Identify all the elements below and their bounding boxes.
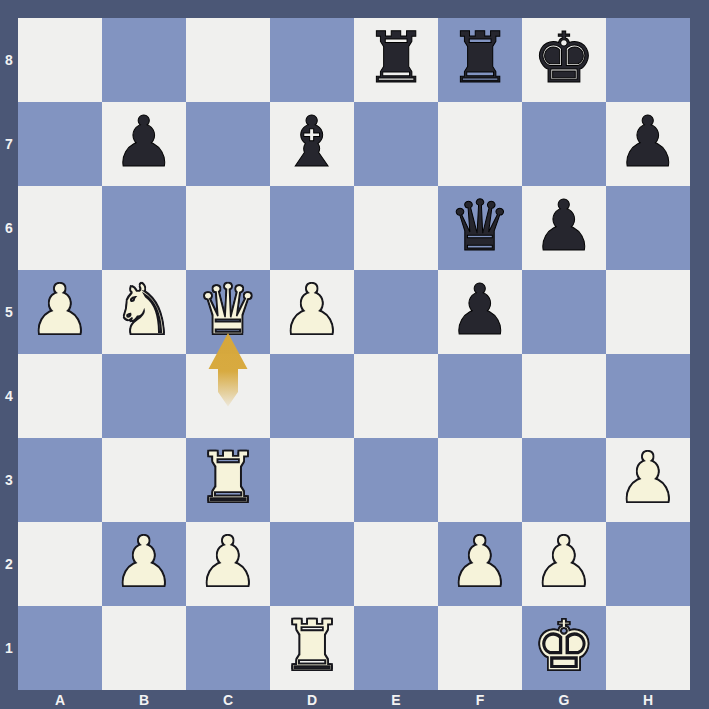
square-d8[interactable] — [270, 18, 354, 102]
white-rook-c3[interactable]: ♜ — [197, 443, 260, 513]
square-b8[interactable] — [102, 18, 186, 102]
square-f4[interactable] — [438, 354, 522, 438]
square-b6[interactable] — [102, 186, 186, 270]
square-a4[interactable] — [18, 354, 102, 438]
file-label-b: B — [102, 690, 186, 709]
chess-board[interactable]: ♜♜♚♟♝♟♛♟♟♞♛♟♟♜♟♟♟♟♟♜♚ — [18, 18, 690, 690]
square-c6[interactable] — [186, 186, 270, 270]
square-d3[interactable] — [270, 438, 354, 522]
square-f6[interactable]: ♛ — [438, 186, 522, 270]
square-a5[interactable]: ♟ — [18, 270, 102, 354]
black-queen-f6[interactable]: ♛ — [449, 191, 512, 261]
square-g4[interactable] — [522, 354, 606, 438]
square-c4[interactable] — [186, 354, 270, 438]
square-b1[interactable] — [102, 606, 186, 690]
square-f2[interactable]: ♟ — [438, 522, 522, 606]
square-h3[interactable]: ♟ — [606, 438, 690, 522]
square-h5[interactable] — [606, 270, 690, 354]
square-d2[interactable] — [270, 522, 354, 606]
file-label-e: E — [354, 690, 438, 709]
white-pawn-f2[interactable]: ♟ — [449, 527, 512, 597]
square-b4[interactable] — [102, 354, 186, 438]
square-h7[interactable]: ♟ — [606, 102, 690, 186]
black-pawn-h7[interactable]: ♟ — [617, 107, 680, 177]
black-rook-e8[interactable]: ♜ — [365, 23, 428, 93]
rank-label-6: 6 — [0, 186, 18, 270]
square-h4[interactable] — [606, 354, 690, 438]
square-a7[interactable] — [18, 102, 102, 186]
black-pawn-g6[interactable]: ♟ — [533, 191, 596, 261]
rank-label-8: 8 — [0, 18, 18, 102]
square-g1[interactable]: ♚ — [522, 606, 606, 690]
square-f7[interactable] — [438, 102, 522, 186]
black-king-g8[interactable]: ♚ — [533, 23, 596, 93]
square-c5[interactable]: ♛ — [186, 270, 270, 354]
square-g5[interactable] — [522, 270, 606, 354]
chess-board-frame: 87654321 ♜♜♚♟♝♟♛♟♟♞♛♟♟♜♟♟♟♟♟♜♚ ABCDEFGH — [0, 0, 709, 709]
white-queen-c5[interactable]: ♛ — [197, 275, 260, 345]
white-pawn-h3[interactable]: ♟ — [617, 443, 680, 513]
square-g7[interactable] — [522, 102, 606, 186]
rank-label-3: 3 — [0, 438, 18, 522]
square-d6[interactable] — [270, 186, 354, 270]
black-pawn-f5[interactable]: ♟ — [449, 275, 512, 345]
square-a6[interactable] — [18, 186, 102, 270]
square-f3[interactable] — [438, 438, 522, 522]
square-g6[interactable]: ♟ — [522, 186, 606, 270]
black-bishop-d7[interactable]: ♝ — [281, 107, 344, 177]
square-e6[interactable] — [354, 186, 438, 270]
square-h6[interactable] — [606, 186, 690, 270]
square-a2[interactable] — [18, 522, 102, 606]
white-king-g1[interactable]: ♚ — [533, 611, 596, 681]
square-f8[interactable]: ♜ — [438, 18, 522, 102]
white-rook-d1[interactable]: ♜ — [281, 611, 344, 681]
square-a8[interactable] — [18, 18, 102, 102]
square-g8[interactable]: ♚ — [522, 18, 606, 102]
white-pawn-a5[interactable]: ♟ — [29, 275, 92, 345]
rank-label-1: 1 — [0, 606, 18, 690]
square-d4[interactable] — [270, 354, 354, 438]
file-labels: ABCDEFGH — [18, 690, 690, 709]
square-e3[interactable] — [354, 438, 438, 522]
square-a1[interactable] — [18, 606, 102, 690]
file-label-f: F — [438, 690, 522, 709]
square-h8[interactable] — [606, 18, 690, 102]
square-c1[interactable] — [186, 606, 270, 690]
white-pawn-d5[interactable]: ♟ — [281, 275, 344, 345]
square-e7[interactable] — [354, 102, 438, 186]
square-e4[interactable] — [354, 354, 438, 438]
rank-label-2: 2 — [0, 522, 18, 606]
square-b2[interactable]: ♟ — [102, 522, 186, 606]
square-e5[interactable] — [354, 270, 438, 354]
file-label-h: H — [606, 690, 690, 709]
square-h2[interactable] — [606, 522, 690, 606]
square-e8[interactable]: ♜ — [354, 18, 438, 102]
white-pawn-c2[interactable]: ♟ — [197, 527, 260, 597]
rank-label-4: 4 — [0, 354, 18, 438]
white-pawn-b2[interactable]: ♟ — [113, 527, 176, 597]
square-b3[interactable] — [102, 438, 186, 522]
black-rook-f8[interactable]: ♜ — [449, 23, 512, 93]
square-e1[interactable] — [354, 606, 438, 690]
square-a3[interactable] — [18, 438, 102, 522]
square-b5[interactable]: ♞ — [102, 270, 186, 354]
square-c2[interactable]: ♟ — [186, 522, 270, 606]
square-d1[interactable]: ♜ — [270, 606, 354, 690]
file-label-g: G — [522, 690, 606, 709]
square-f5[interactable]: ♟ — [438, 270, 522, 354]
square-c7[interactable] — [186, 102, 270, 186]
square-h1[interactable] — [606, 606, 690, 690]
square-c3[interactable]: ♜ — [186, 438, 270, 522]
rank-label-5: 5 — [0, 270, 18, 354]
square-g3[interactable] — [522, 438, 606, 522]
square-c8[interactable] — [186, 18, 270, 102]
rank-labels: 87654321 — [0, 18, 18, 690]
square-d7[interactable]: ♝ — [270, 102, 354, 186]
file-label-c: C — [186, 690, 270, 709]
square-g2[interactable]: ♟ — [522, 522, 606, 606]
file-label-a: A — [18, 690, 102, 709]
rank-label-7: 7 — [0, 102, 18, 186]
black-pawn-b7[interactable]: ♟ — [113, 107, 176, 177]
square-e2[interactable] — [354, 522, 438, 606]
white-pawn-g2[interactable]: ♟ — [533, 527, 596, 597]
square-b7[interactable]: ♟ — [102, 102, 186, 186]
white-knight-b5[interactable]: ♞ — [113, 275, 176, 345]
square-d5[interactable]: ♟ — [270, 270, 354, 354]
square-f1[interactable] — [438, 606, 522, 690]
file-label-d: D — [270, 690, 354, 709]
